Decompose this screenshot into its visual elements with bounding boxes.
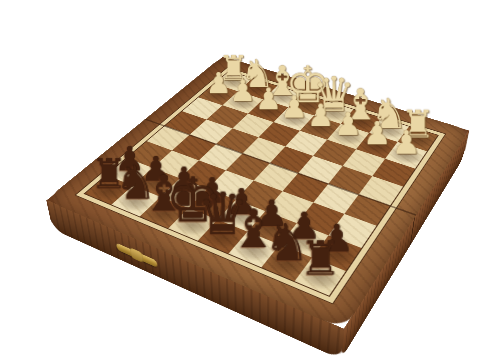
black-rook: ♜	[299, 234, 342, 282]
brass-latch	[116, 243, 158, 268]
chess-set-photo: ♜♞♝♚♛♝♞♜♟♟♟♟♟♟♟♟♟♟♟♟♟♟♟♟♜♞♝♚♛♝♞♜	[0, 0, 480, 359]
brass-latch-barrel	[129, 247, 143, 263]
folding-chess-box: ♜♞♝♚♛♝♞♜♟♟♟♟♟♟♟♟♟♟♟♟♟♟♟♟♜♞♝♚♛♝♞♜	[45, 56, 469, 330]
